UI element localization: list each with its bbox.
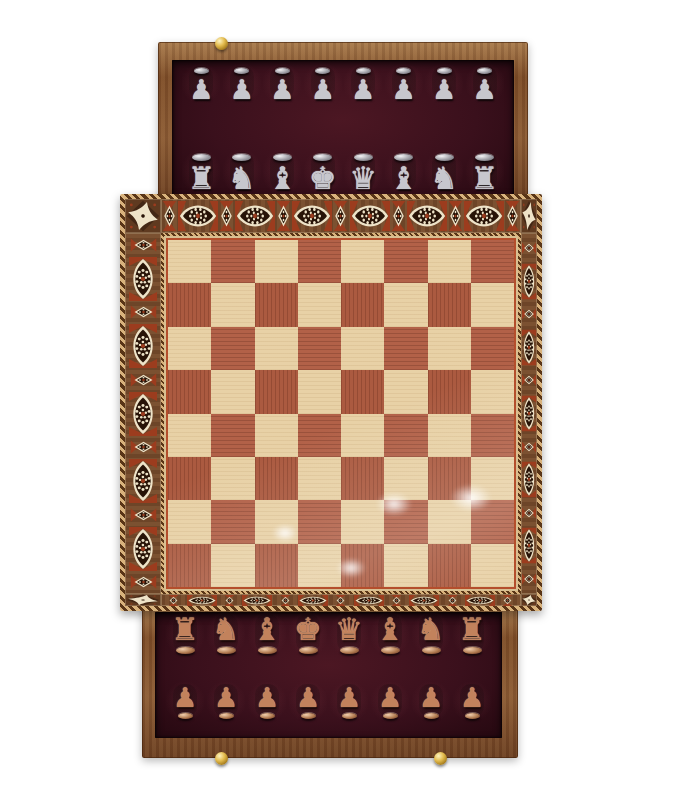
mosaic-diamond-motif (130, 575, 156, 590)
square-g3[interactable] (428, 457, 471, 500)
silver-pawn-4[interactable]: ♟ (306, 66, 340, 103)
silver-bishop-3[interactable]: ♝ (265, 152, 299, 194)
mosaic-eye-motif (129, 459, 157, 503)
mosaic-diamond-motif (130, 305, 156, 320)
square-a5[interactable] (168, 370, 211, 413)
pawn-glyph-icon: ♟ (472, 76, 496, 103)
square-d5[interactable] (298, 370, 341, 413)
mosaic-eye-motif (464, 201, 504, 231)
mosaic-eye-motif (187, 595, 217, 606)
square-f6[interactable] (384, 327, 427, 370)
square-e8[interactable] (341, 240, 384, 283)
square-g5[interactable] (428, 370, 471, 413)
corner-star-icon (125, 594, 161, 606)
square-e4[interactable] (341, 414, 384, 457)
piece-base-disc (422, 647, 441, 654)
square-a6[interactable] (168, 327, 211, 370)
square-b1[interactable] (211, 544, 254, 587)
pawn-glyph-icon: ♟ (230, 76, 254, 103)
piece-base-disc (258, 647, 277, 654)
mosaic-border-left (125, 233, 161, 594)
mosaic-eye-motif (129, 257, 157, 301)
copper-drawer-velvet: ♜♞♝♚♛♝♞♜ ♟♟♟♟♟♟♟♟ (155, 612, 502, 738)
mosaic-diamond-motif (502, 595, 513, 606)
pawn-glyph-icon: ♟ (351, 76, 375, 103)
silver-pawn-1[interactable]: ♟ (184, 66, 218, 103)
silver-pawn-2[interactable]: ♟ (225, 66, 259, 103)
pawn-glyph-icon: ♟ (189, 76, 213, 103)
square-g8[interactable] (428, 240, 471, 283)
square-h8[interactable] (471, 240, 514, 283)
mosaic-eye-motif (350, 201, 390, 231)
mosaic-eye-motif (129, 392, 157, 436)
mosaic-eye-motif (242, 595, 272, 606)
corner-star-icon (521, 594, 537, 606)
square-f7[interactable] (384, 283, 427, 326)
mosaic-diamond-motif (130, 507, 156, 522)
mosaic-diamond-motif (335, 595, 346, 606)
knight-glyph-icon: ♞ (228, 163, 256, 194)
square-d2[interactable] (298, 500, 341, 543)
square-b7[interactable] (211, 283, 254, 326)
copper-knight-2[interactable]: ♞ (209, 614, 243, 656)
square-c3[interactable] (255, 457, 298, 500)
drawer-knob-icon[interactable] (215, 752, 228, 765)
mosaic-diamond-motif (522, 573, 536, 585)
square-b6[interactable] (211, 327, 254, 370)
piece-base-disc (465, 713, 480, 719)
mosaic-eye-motif (298, 595, 328, 606)
pawn-glyph-icon: ♟ (270, 76, 294, 103)
piece-base-disc (342, 713, 357, 719)
square-f4[interactable] (384, 414, 427, 457)
copper-pawn-2[interactable]: ♟ (209, 684, 243, 721)
square-d6[interactable] (298, 327, 341, 370)
playing-area (161, 233, 521, 594)
square-h7[interactable] (471, 283, 514, 326)
piece-base-disc (219, 713, 234, 719)
copper-major-row: ♜♞♝♚♛♝♞♜ (161, 614, 496, 680)
copper-pawn-6[interactable]: ♟ (373, 684, 407, 721)
copper-pawn-row: ♟♟♟♟♟♟♟♟ (161, 684, 496, 740)
square-e2[interactable] (341, 500, 384, 543)
square-a1[interactable] (168, 544, 211, 587)
mosaic-eye-motif (178, 201, 218, 231)
square-b5[interactable] (211, 370, 254, 413)
square-e1[interactable] (341, 544, 384, 587)
king-glyph-icon: ♚ (309, 163, 337, 194)
chess-set-scene: ♟♟♟♟♟♟♟♟ ♜♞♝♚♛♝♞♜ ♜♞♝♚♛♝♞♜ ♟♟♟♟♟♟♟♟ (0, 0, 678, 800)
square-c8[interactable] (255, 240, 298, 283)
square-h6[interactable] (471, 327, 514, 370)
board-grid (168, 240, 514, 587)
square-a4[interactable] (168, 414, 211, 457)
copper-pawn-7[interactable]: ♟ (414, 684, 448, 721)
square-g6[interactable] (428, 327, 471, 370)
copper-pawn-1[interactable]: ♟ (168, 684, 202, 721)
square-d3[interactable] (298, 457, 341, 500)
pawn-glyph-icon: ♟ (255, 684, 279, 711)
mosaic-diamond-motif (280, 595, 291, 606)
pawn-glyph-icon: ♟ (460, 684, 484, 711)
silver-pawn-3[interactable]: ♟ (265, 66, 299, 103)
square-e3[interactable] (341, 457, 384, 500)
mosaic-diamond-motif (447, 595, 458, 606)
bishop-glyph-icon: ♝ (390, 163, 418, 194)
pawn-glyph-icon: ♟ (432, 76, 456, 103)
pawn-glyph-icon: ♟ (173, 684, 197, 711)
mosaic-eye-motif (522, 462, 537, 498)
chess-board (120, 194, 542, 611)
square-c6[interactable] (255, 327, 298, 370)
copper-bishop-3[interactable]: ♝ (250, 614, 284, 656)
mosaic-diamond-motif (448, 201, 463, 231)
mosaic-diamond-motif (522, 441, 536, 453)
king-glyph-icon: ♚ (294, 614, 322, 645)
square-b2[interactable] (211, 500, 254, 543)
square-e6[interactable] (341, 327, 384, 370)
silver-pawn-row: ♟♟♟♟♟♟♟♟ (178, 66, 508, 150)
square-g2[interactable] (428, 500, 471, 543)
rook-glyph-icon: ♜ (188, 163, 216, 194)
rook-glyph-icon: ♜ (171, 614, 199, 645)
silver-knight-2[interactable]: ♞ (225, 152, 259, 194)
mosaic-eye-motif (292, 201, 332, 231)
square-c1[interactable] (255, 544, 298, 587)
copper-pawn-5[interactable]: ♟ (332, 684, 366, 721)
copper-rook-8[interactable]: ♜ (455, 614, 489, 656)
knight-glyph-icon: ♞ (212, 614, 240, 645)
corner-star-icon (125, 199, 161, 233)
mosaic-diamond-motif (522, 308, 536, 320)
square-h1[interactable] (471, 544, 514, 587)
copper-rook-1[interactable]: ♜ (168, 614, 202, 656)
silver-queen-5[interactable]: ♛ (346, 152, 380, 194)
piece-base-disc (424, 713, 439, 719)
mosaic-diamond-motif (522, 242, 536, 254)
square-h5[interactable] (471, 370, 514, 413)
piece-base-disc (340, 647, 359, 654)
silver-pieces-drawer[interactable]: ♟♟♟♟♟♟♟♟ ♜♞♝♚♛♝♞♜ (158, 42, 528, 202)
square-c7[interactable] (255, 283, 298, 326)
mosaic-eye-motif (235, 201, 275, 231)
bishop-glyph-icon: ♝ (253, 614, 281, 645)
copper-king-4[interactable]: ♚ (291, 614, 325, 656)
mosaic-diamond-motif (522, 507, 536, 519)
square-a8[interactable] (168, 240, 211, 283)
pawn-glyph-icon: ♟ (214, 684, 238, 711)
pawn-glyph-icon: ♟ (378, 684, 402, 711)
square-d8[interactable] (298, 240, 341, 283)
mosaic-eye-motif (129, 324, 157, 368)
silver-knight-7[interactable]: ♞ (427, 152, 461, 194)
square-f3[interactable] (384, 457, 427, 500)
square-b4[interactable] (211, 414, 254, 457)
square-g1[interactable] (428, 544, 471, 587)
square-f5[interactable] (384, 370, 427, 413)
mosaic-eye-motif (465, 595, 495, 606)
mosaic-diamond-motif (276, 201, 291, 231)
square-d7[interactable] (298, 283, 341, 326)
silver-drawer-velvet: ♟♟♟♟♟♟♟♟ ♜♞♝♚♛♝♞♜ (172, 60, 514, 202)
piece-base-disc (381, 647, 400, 654)
mosaic-eye-motif (129, 527, 157, 571)
piece-base-disc (217, 647, 236, 654)
square-f1[interactable] (384, 544, 427, 587)
knight-glyph-icon: ♞ (417, 614, 445, 645)
mosaic-diamond-motif (522, 374, 536, 386)
queen-glyph-icon: ♛ (349, 163, 377, 194)
mosaic-diamond-motif (162, 201, 177, 231)
piece-base-disc (301, 713, 316, 719)
square-f2[interactable] (384, 500, 427, 543)
square-c4[interactable] (255, 414, 298, 457)
square-d4[interactable] (298, 414, 341, 457)
silver-pawn-7[interactable]: ♟ (427, 66, 461, 103)
pawn-glyph-icon: ♟ (311, 76, 335, 103)
square-a3[interactable] (168, 457, 211, 500)
mosaic-diamond-motif (333, 201, 348, 231)
drawer-knob-icon[interactable] (215, 37, 228, 50)
square-g7[interactable] (428, 283, 471, 326)
copper-bishop-6[interactable]: ♝ (373, 614, 407, 656)
bishop-glyph-icon: ♝ (376, 614, 404, 645)
silver-pawn-8[interactable]: ♟ (468, 66, 502, 103)
square-c2[interactable] (255, 500, 298, 543)
square-a7[interactable] (168, 283, 211, 326)
mosaic-diamond-motif (391, 595, 402, 606)
mosaic-eye-motif (522, 263, 537, 299)
square-e7[interactable] (341, 283, 384, 326)
knight-glyph-icon: ♞ (430, 163, 458, 194)
mosaic-eye-motif (409, 595, 439, 606)
mosaic-diamond-motif (224, 595, 235, 606)
silver-rook-1[interactable]: ♜ (184, 152, 218, 194)
square-e5[interactable] (341, 370, 384, 413)
piece-base-disc (463, 647, 482, 654)
pawn-glyph-icon: ♟ (419, 684, 443, 711)
pawn-glyph-icon: ♟ (296, 684, 320, 711)
square-b8[interactable] (211, 240, 254, 283)
square-d1[interactable] (298, 544, 341, 587)
bishop-glyph-icon: ♝ (268, 163, 296, 194)
mosaic-eye-motif (407, 201, 447, 231)
piece-base-disc (299, 647, 318, 654)
rook-glyph-icon: ♜ (458, 614, 486, 645)
square-h4[interactable] (471, 414, 514, 457)
mosaic-diamond-motif (391, 201, 406, 231)
mosaic-border-bottom (161, 594, 521, 606)
mosaic-diamond-motif (505, 201, 520, 231)
mosaic-diamond-motif (130, 372, 156, 387)
copper-pawn-3[interactable]: ♟ (250, 684, 284, 721)
silver-rook-8[interactable]: ♜ (468, 152, 502, 194)
mosaic-diamond-motif (219, 201, 234, 231)
mosaic-eye-motif (354, 595, 384, 606)
mosaic-eye-motif (522, 395, 537, 431)
mosaic-border-right (521, 233, 537, 594)
piece-base-disc (383, 713, 398, 719)
rook-glyph-icon: ♜ (471, 163, 499, 194)
mosaic-eye-motif (522, 329, 537, 365)
piece-base-disc (176, 647, 195, 654)
drawer-knob-icon[interactable] (434, 752, 447, 765)
copper-knight-7[interactable]: ♞ (414, 614, 448, 656)
square-h2[interactable] (471, 500, 514, 543)
mosaic-diamond-motif (168, 595, 179, 606)
queen-glyph-icon: ♛ (335, 614, 363, 645)
square-g4[interactable] (428, 414, 471, 457)
silver-king-4[interactable]: ♚ (306, 152, 340, 194)
square-h3[interactable] (471, 457, 514, 500)
piece-base-disc (260, 713, 275, 719)
mosaic-border-top (161, 199, 521, 233)
corner-star-icon (521, 199, 537, 233)
square-b3[interactable] (211, 457, 254, 500)
copper-pawn-8[interactable]: ♟ (455, 684, 489, 721)
copper-pieces-drawer[interactable]: ♜♞♝♚♛♝♞♜ ♟♟♟♟♟♟♟♟ (142, 604, 518, 758)
copper-pawn-4[interactable]: ♟ (291, 684, 325, 721)
piece-base-disc (178, 713, 193, 719)
mosaic-diamond-motif (130, 440, 156, 455)
copper-queen-5[interactable]: ♛ (332, 614, 366, 656)
silver-bishop-6[interactable]: ♝ (387, 152, 421, 194)
square-c5[interactable] (255, 370, 298, 413)
mosaic-diamond-motif (130, 237, 156, 252)
mosaic-eye-motif (522, 528, 537, 564)
square-f8[interactable] (384, 240, 427, 283)
silver-pawn-5[interactable]: ♟ (346, 66, 380, 103)
pawn-glyph-icon: ♟ (337, 684, 361, 711)
square-a2[interactable] (168, 500, 211, 543)
silver-pawn-6[interactable]: ♟ (387, 66, 421, 103)
pawn-glyph-icon: ♟ (392, 76, 416, 103)
